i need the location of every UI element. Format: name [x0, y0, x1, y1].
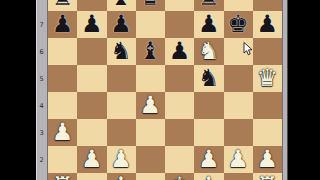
rank-label-8: 8	[37, 0, 46, 1]
square-a2[interactable]	[48, 146, 77, 173]
square-a6[interactable]	[48, 38, 77, 65]
rank-label-3: 3	[37, 129, 46, 136]
square-d6[interactable]: ♝	[136, 38, 165, 65]
square-c7[interactable]: ♟	[107, 11, 136, 38]
mouse-cursor-icon	[243, 42, 254, 57]
square-f6[interactable]: ♞	[194, 38, 223, 65]
square-h7[interactable]: ♟	[253, 11, 282, 38]
square-g1[interactable]	[224, 173, 253, 180]
square-b2[interactable]: ♟	[77, 146, 106, 173]
black-pawn-e6[interactable]: ♟	[165, 38, 194, 65]
square-b7[interactable]: ♟	[77, 11, 106, 38]
square-c2[interactable]: ♟	[107, 146, 136, 173]
square-g3[interactable]	[224, 119, 253, 146]
rank-label-5: 5	[37, 75, 46, 82]
square-f4[interactable]	[194, 92, 223, 119]
white-pawn-d4[interactable]: ♟	[136, 92, 165, 119]
square-f3[interactable]	[194, 119, 223, 146]
square-a1[interactable]: ♜	[48, 173, 77, 180]
square-g7[interactable]: ♚	[224, 11, 253, 38]
white-pawn-a3[interactable]: ♟	[48, 119, 77, 146]
square-f7[interactable]: ♟	[194, 11, 223, 38]
white-rook-a1[interactable]: ♜	[48, 173, 77, 180]
square-d3[interactable]	[136, 119, 165, 146]
black-knight-f5[interactable]: ♞	[194, 65, 223, 92]
black-pawn-b7[interactable]: ♟	[77, 11, 106, 38]
square-e1[interactable]: ♚	[165, 173, 194, 180]
square-e3[interactable]	[165, 119, 194, 146]
white-queen-h5[interactable]: ♛	[253, 65, 282, 92]
square-h5[interactable]: ♛	[253, 65, 282, 92]
rank-label-6: 6	[37, 48, 46, 55]
square-c4[interactable]	[107, 92, 136, 119]
square-e5[interactable]	[165, 65, 194, 92]
rank-label-7: 7	[37, 21, 46, 28]
white-pawn-b2[interactable]: ♟	[77, 146, 106, 173]
black-king-g7[interactable]: ♚	[224, 11, 253, 38]
square-b5[interactable]	[77, 65, 106, 92]
square-h3[interactable]	[253, 119, 282, 146]
white-knight-f6[interactable]: ♞	[194, 38, 223, 65]
square-e8[interactable]	[165, 0, 194, 11]
black-queen-d8[interactable]: ♛	[136, 0, 165, 11]
square-h6[interactable]	[253, 38, 282, 65]
white-pawn-g2[interactable]: ♟	[224, 146, 253, 173]
square-b3[interactable]	[77, 119, 106, 146]
square-e2[interactable]	[165, 146, 194, 173]
square-d7[interactable]	[136, 11, 165, 38]
black-pawn-f7[interactable]: ♟	[194, 11, 223, 38]
white-pawn-c2[interactable]: ♟	[107, 146, 136, 173]
square-c3[interactable]	[107, 119, 136, 146]
white-pawn-h2[interactable]: ♟	[253, 146, 282, 173]
rank-label-4: 4	[37, 102, 46, 109]
square-f2[interactable]: ♟	[194, 146, 223, 173]
square-f1[interactable]: ♝	[194, 173, 223, 180]
square-a7[interactable]: ♟	[48, 11, 77, 38]
rank-labels: 87654321	[37, 0, 47, 180]
square-e6[interactable]: ♟	[165, 38, 194, 65]
chess-board[interactable]: ♜♝♛♜♟♟♟♟♚♟♞♝♟♞♞♛♟♟♟♟♟♟♟♜♝♚♝♜	[47, 0, 283, 180]
square-g5[interactable]	[224, 65, 253, 92]
square-e7[interactable]	[165, 11, 194, 38]
square-c5[interactable]	[107, 65, 136, 92]
square-h1[interactable]: ♜	[253, 173, 282, 180]
square-e4[interactable]	[165, 92, 194, 119]
chess-app-window: 87654321 ♜♝♛♜♟♟♟♟♚♟♞♝♟♞♞♛♟♟♟♟♟♟♟♜♝♚♝♜	[0, 0, 320, 180]
square-h2[interactable]: ♟	[253, 146, 282, 173]
square-b1[interactable]	[77, 173, 106, 180]
square-h4[interactable]	[253, 92, 282, 119]
square-d4[interactable]: ♟	[136, 92, 165, 119]
white-king-e1[interactable]: ♚	[165, 173, 194, 180]
square-b4[interactable]	[77, 92, 106, 119]
black-pawn-c7[interactable]: ♟	[107, 11, 136, 38]
square-a4[interactable]	[48, 92, 77, 119]
square-c6[interactable]: ♞	[107, 38, 136, 65]
square-d1[interactable]	[136, 173, 165, 180]
square-d2[interactable]	[136, 146, 165, 173]
black-bishop-d6[interactable]: ♝	[136, 38, 165, 65]
square-b6[interactable]	[77, 38, 106, 65]
square-g2[interactable]: ♟	[224, 146, 253, 173]
square-d8[interactable]: ♛	[136, 0, 165, 11]
black-pawn-h7[interactable]: ♟	[253, 11, 282, 38]
rank-label-2: 2	[37, 156, 46, 163]
white-bishop-c1[interactable]: ♝	[107, 173, 136, 180]
square-f5[interactable]: ♞	[194, 65, 223, 92]
square-a3[interactable]: ♟	[48, 119, 77, 146]
white-pawn-f2[interactable]: ♟	[194, 146, 223, 173]
black-knight-c6[interactable]: ♞	[107, 38, 136, 65]
white-bishop-f1[interactable]: ♝	[194, 173, 223, 180]
white-rook-h1[interactable]: ♜	[253, 173, 282, 180]
square-g4[interactable]	[224, 92, 253, 119]
square-a5[interactable]	[48, 65, 77, 92]
square-c1[interactable]: ♝	[107, 173, 136, 180]
black-pawn-a7[interactable]: ♟	[48, 11, 77, 38]
square-d5[interactable]	[136, 65, 165, 92]
